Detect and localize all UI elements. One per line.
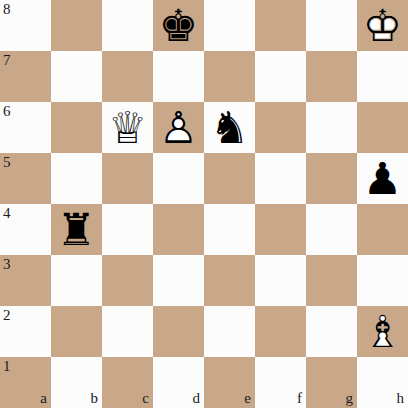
square-f5[interactable] — [255, 153, 306, 204]
square-h3[interactable] — [357, 255, 408, 306]
piece-black-knight-e6[interactable]: ♞ — [204, 102, 255, 153]
square-h7[interactable] — [357, 51, 408, 102]
rank-label-4: 4 — [3, 206, 11, 221]
square-a1[interactable]: 1a — [0, 357, 51, 408]
rank-label-7: 7 — [3, 53, 11, 68]
square-g4[interactable] — [306, 204, 357, 255]
square-g3[interactable] — [306, 255, 357, 306]
rank-label-5: 5 — [3, 155, 11, 170]
rank-label-1: 1 — [3, 359, 11, 374]
chess-board: 8♚♚♔76♛♕♟♙♞5♟4♜32♝♗1abcdefgh — [0, 0, 408, 408]
rank-label-2: 2 — [3, 308, 11, 323]
rank-label-3: 3 — [3, 257, 11, 272]
piece-black-king-d8[interactable]: ♚ — [153, 0, 204, 51]
square-b5[interactable] — [51, 153, 102, 204]
square-h2[interactable]: ♝♗ — [357, 306, 408, 357]
square-c8[interactable] — [102, 0, 153, 51]
square-d1[interactable]: d — [153, 357, 204, 408]
file-label-a: a — [40, 391, 47, 406]
file-label-g: g — [346, 391, 354, 406]
square-d5[interactable] — [153, 153, 204, 204]
square-e8[interactable] — [204, 0, 255, 51]
square-c7[interactable] — [102, 51, 153, 102]
file-label-e: e — [244, 391, 251, 406]
square-d3[interactable] — [153, 255, 204, 306]
square-h8[interactable]: ♚♔ — [357, 0, 408, 51]
square-a7[interactable]: 7 — [0, 51, 51, 102]
square-a6[interactable]: 6 — [0, 102, 51, 153]
square-a4[interactable]: 4 — [0, 204, 51, 255]
square-f2[interactable] — [255, 306, 306, 357]
square-g6[interactable] — [306, 102, 357, 153]
file-label-b: b — [91, 391, 99, 406]
square-g7[interactable] — [306, 51, 357, 102]
file-label-c: c — [142, 391, 149, 406]
square-c5[interactable] — [102, 153, 153, 204]
square-f4[interactable] — [255, 204, 306, 255]
square-d7[interactable] — [153, 51, 204, 102]
piece-black-pawn-h5[interactable]: ♟ — [357, 153, 408, 204]
square-d4[interactable] — [153, 204, 204, 255]
square-e4[interactable] — [204, 204, 255, 255]
square-f3[interactable] — [255, 255, 306, 306]
file-label-h: h — [397, 391, 405, 406]
square-a3[interactable]: 3 — [0, 255, 51, 306]
square-g5[interactable] — [306, 153, 357, 204]
square-b3[interactable] — [51, 255, 102, 306]
file-label-d: d — [193, 391, 201, 406]
black-knight-glyph-fill: ♞ — [204, 102, 255, 153]
square-h5[interactable]: ♟ — [357, 153, 408, 204]
square-b4[interactable]: ♜ — [51, 204, 102, 255]
square-e6[interactable]: ♞ — [204, 102, 255, 153]
square-e3[interactable] — [204, 255, 255, 306]
square-f6[interactable] — [255, 102, 306, 153]
piece-black-rook-b4[interactable]: ♜ — [51, 204, 102, 255]
square-e5[interactable] — [204, 153, 255, 204]
square-d2[interactable] — [153, 306, 204, 357]
chess-board-container: 8♚♚♔76♛♕♟♙♞5♟4♜32♝♗1abcdefgh — [0, 0, 408, 408]
square-a5[interactable]: 5 — [0, 153, 51, 204]
square-d6[interactable]: ♟♙ — [153, 102, 204, 153]
square-b7[interactable] — [51, 51, 102, 102]
square-h1[interactable]: h — [357, 357, 408, 408]
square-e2[interactable] — [204, 306, 255, 357]
square-c6[interactable]: ♛♕ — [102, 102, 153, 153]
black-rook-glyph-fill: ♜ — [51, 204, 102, 255]
square-b2[interactable] — [51, 306, 102, 357]
white-queen-glyph-outline: ♕ — [102, 102, 153, 153]
square-g1[interactable]: g — [306, 357, 357, 408]
square-h6[interactable] — [357, 102, 408, 153]
piece-white-queen-c6[interactable]: ♛♕ — [102, 102, 153, 153]
white-bishop-glyph-outline: ♗ — [357, 306, 408, 357]
square-f7[interactable] — [255, 51, 306, 102]
file-label-f: f — [297, 391, 302, 406]
square-g8[interactable] — [306, 0, 357, 51]
rank-label-8: 8 — [3, 2, 11, 17]
black-pawn-glyph-fill: ♟ — [357, 153, 408, 204]
square-b8[interactable] — [51, 0, 102, 51]
black-king-glyph-fill: ♚ — [153, 0, 204, 51]
square-d8[interactable]: ♚ — [153, 0, 204, 51]
square-c3[interactable] — [102, 255, 153, 306]
square-h4[interactable] — [357, 204, 408, 255]
square-c2[interactable] — [102, 306, 153, 357]
square-f8[interactable] — [255, 0, 306, 51]
square-b6[interactable] — [51, 102, 102, 153]
piece-white-bishop-h2[interactable]: ♝♗ — [357, 306, 408, 357]
square-f1[interactable]: f — [255, 357, 306, 408]
piece-white-pawn-d6[interactable]: ♟♙ — [153, 102, 204, 153]
square-c4[interactable] — [102, 204, 153, 255]
white-pawn-glyph-outline: ♙ — [153, 102, 204, 153]
square-a8[interactable]: 8 — [0, 0, 51, 51]
piece-white-king-h8[interactable]: ♚♔ — [357, 0, 408, 51]
square-g2[interactable] — [306, 306, 357, 357]
square-e1[interactable]: e — [204, 357, 255, 408]
square-c1[interactable]: c — [102, 357, 153, 408]
square-e7[interactable] — [204, 51, 255, 102]
square-a2[interactable]: 2 — [0, 306, 51, 357]
square-b1[interactable]: b — [51, 357, 102, 408]
rank-label-6: 6 — [3, 104, 11, 119]
white-king-glyph-outline: ♔ — [357, 0, 408, 51]
